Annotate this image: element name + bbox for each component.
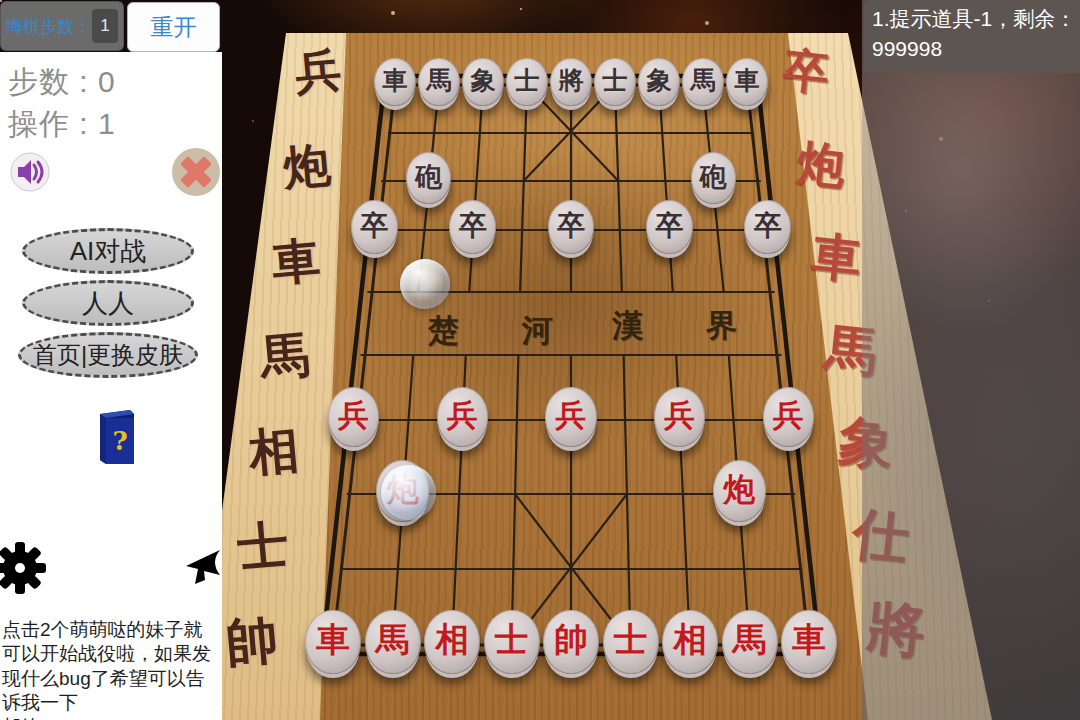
piece-character: 士: [602, 65, 627, 98]
piece-character: 兵: [338, 395, 369, 437]
piece-character: 士: [495, 619, 529, 664]
piece-red-帥[interactable]: 帥: [543, 610, 599, 675]
svg-text:?: ?: [112, 426, 127, 456]
piece-black-將[interactable]: 將: [550, 58, 592, 107]
piece-black-卒[interactable]: 卒: [548, 200, 595, 254]
piece-character: 車: [382, 65, 407, 98]
piece-character: 象: [470, 65, 495, 98]
hint-note: 点击2个萌萌哒的妹子就可以开始战役啦，如果发现什么bug了希望可以告诉我一下 邮…: [2, 618, 221, 720]
piece-red-士[interactable]: 士: [603, 610, 659, 675]
gear-icon[interactable]: [0, 540, 48, 596]
piece-black-象[interactable]: 象: [462, 58, 504, 107]
piece-character: 將: [558, 65, 583, 98]
piece-character: 車: [792, 619, 826, 664]
piece-character: 卒: [754, 207, 782, 245]
crystal-sphere-marker[interactable]: [400, 259, 450, 309]
piece-character: 象: [646, 65, 671, 98]
piece-character: 砲: [415, 159, 442, 195]
piece-character: 車: [734, 65, 759, 98]
piece-character: 兵: [556, 395, 587, 437]
back-arrow-icon[interactable]: [180, 544, 222, 588]
piece-character: 馬: [426, 65, 451, 98]
ai-battle-button[interactable]: AI对战: [22, 228, 194, 274]
piece-character: 炮: [723, 469, 755, 512]
piece-character: 卒: [360, 207, 388, 245]
piece-black-砲[interactable]: 砲: [406, 152, 451, 204]
piece-character: 帥: [554, 619, 588, 664]
hint-note-text: 点击2个萌萌哒的妹子就可以开始战役啦，如果发现什么bug了希望可以告诉我一下: [2, 618, 221, 715]
undo-steps-button[interactable]: 悔棋步数： 1: [1, 2, 123, 50]
piece-red-馬[interactable]: 馬: [365, 610, 421, 675]
home-change-skin-button[interactable]: 首页|更换皮肤: [18, 332, 198, 378]
piece-character: 相: [435, 619, 469, 664]
piece-black-卒[interactable]: 卒: [744, 200, 791, 254]
piece-character: 馬: [376, 619, 410, 664]
piece-black-車[interactable]: 車: [726, 58, 768, 107]
piece-black-卒[interactable]: 卒: [351, 200, 398, 254]
piece-red-車[interactable]: 車: [305, 610, 361, 675]
piece-black-士[interactable]: 士: [506, 58, 548, 107]
piece-red-相[interactable]: 相: [424, 610, 480, 675]
piece-black-卒[interactable]: 卒: [646, 200, 693, 254]
piece-red-兵[interactable]: 兵: [328, 387, 379, 447]
piece-black-馬[interactable]: 馬: [682, 58, 724, 107]
piece-character: 兵: [773, 395, 804, 437]
piece-black-象[interactable]: 象: [638, 58, 680, 107]
undo-steps-value[interactable]: 1: [92, 9, 118, 43]
move-counter: 步数 : 0: [8, 62, 116, 103]
piece-character: 兵: [664, 395, 695, 437]
piece-red-炮[interactable]: 炮: [713, 460, 766, 521]
piece-red-兵[interactable]: 兵: [437, 387, 488, 447]
piece-character: 兵: [447, 395, 478, 437]
left-sidebar: 步数 : 0 操作 : 1 AI对战 人人 首页|更换皮肤 ?: [0, 52, 222, 720]
piece-character: 砲: [700, 159, 727, 195]
piece-character: 士: [514, 65, 539, 98]
piece-red-馬[interactable]: 馬: [722, 610, 778, 675]
help-book-icon[interactable]: ?: [94, 408, 136, 464]
piece-character: 馬: [733, 619, 767, 664]
piece-character: 相: [673, 619, 707, 664]
restart-button[interactable]: 重开: [127, 2, 220, 52]
top-bar: 悔棋步数： 1 重开: [0, 0, 222, 52]
piece-black-卒[interactable]: 卒: [449, 200, 496, 254]
speaker-icon[interactable]: [10, 152, 50, 192]
piece-red-兵[interactable]: 兵: [545, 387, 596, 447]
right-overlay-panel: 1.提示道具-1，剩余：999998: [862, 0, 1080, 720]
piece-character: 士: [614, 619, 648, 664]
close-icon[interactable]: [172, 148, 220, 196]
river-label-right: 漢 界: [612, 305, 763, 347]
piece-black-車[interactable]: 車: [374, 58, 416, 107]
piece-character: 車: [316, 619, 350, 664]
undo-steps-label: 悔棋步数：: [6, 15, 91, 38]
piece-character: 馬: [690, 65, 715, 98]
piece-black-砲[interactable]: 砲: [691, 152, 736, 204]
piece-red-車[interactable]: 車: [781, 610, 837, 675]
piece-character: 卒: [459, 207, 487, 245]
river-label-left: 楚 河: [428, 310, 579, 352]
hint-item-tooltip: 1.提示道具-1，剩余：999998: [864, 0, 1080, 73]
piece-red-士[interactable]: 士: [484, 610, 540, 675]
piece-red-兵[interactable]: 兵: [763, 387, 814, 447]
piece-black-士[interactable]: 士: [594, 58, 636, 107]
contact-email: 邮箱：1375400884@qq.com: [2, 715, 221, 720]
piece-character: 卒: [655, 207, 683, 245]
pvp-button[interactable]: 人人: [22, 280, 194, 326]
piece-character: 卒: [557, 207, 585, 245]
crystal-sphere-marker[interactable]: [381, 465, 436, 520]
piece-red-相[interactable]: 相: [662, 610, 718, 675]
piece-black-馬[interactable]: 馬: [418, 58, 460, 107]
piece-red-兵[interactable]: 兵: [654, 387, 705, 447]
operation-counter: 操作 : 1: [8, 104, 116, 145]
